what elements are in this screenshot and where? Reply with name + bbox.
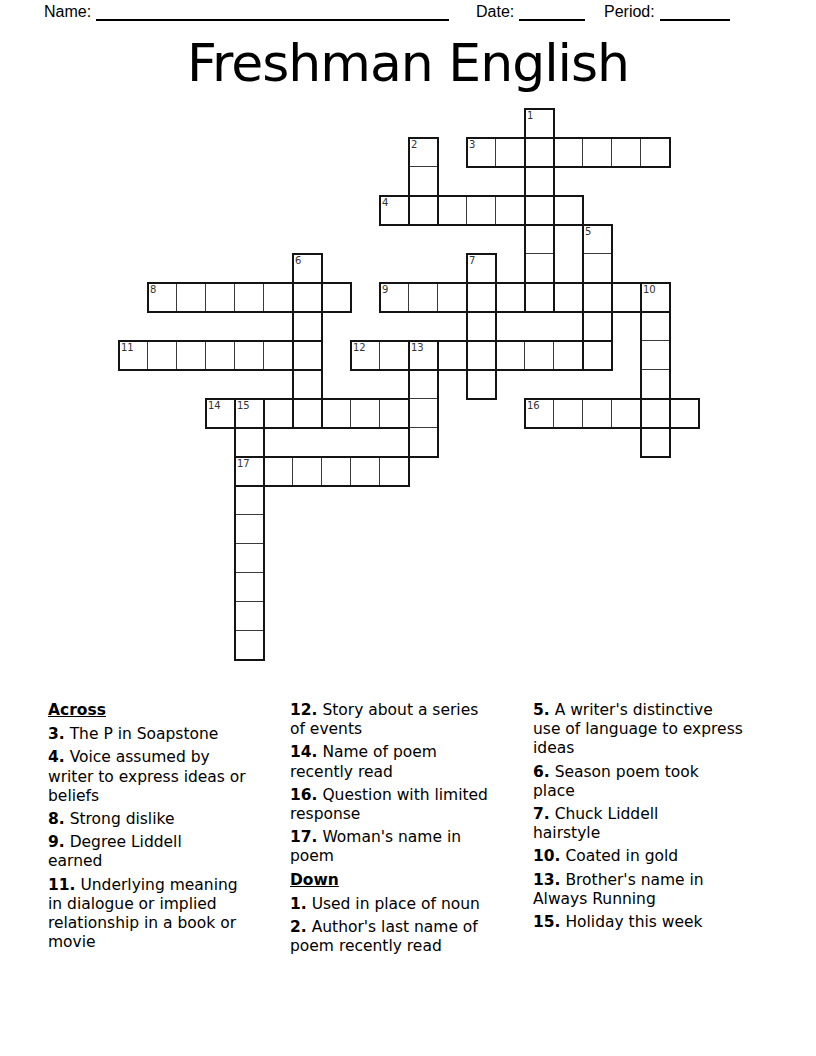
grid-cell[interactable] [321, 398, 352, 429]
grid-cell[interactable] [553, 340, 584, 371]
grid-cell[interactable] [408, 398, 439, 429]
worksheet-page: Name: Date: Period: Freshman English 123… [0, 0, 816, 1056]
clue-7-down: 7. Chuck Liddell hairstyle [533, 805, 795, 843]
clue-text: Degree Liddell earned [48, 833, 182, 870]
clue-8-across: 8. Strong dislike [48, 810, 278, 829]
grid-cell[interactable] [669, 398, 700, 429]
grid-cell[interactable] [292, 311, 323, 342]
clue-2-down: 2. Author's last name of poem recently r… [290, 918, 530, 956]
clue-text: Story about a series of events [290, 701, 478, 738]
clue-number-label: 5. [533, 701, 550, 719]
clue-column-1: Across 3. The P in Soapstone 4. Voice as… [48, 701, 278, 956]
clue-text: Holiday this week [565, 913, 702, 931]
grid-cell[interactable] [582, 340, 613, 371]
clue-number-label: 3. [48, 725, 65, 743]
grid-cell[interactable] [640, 311, 671, 342]
grid-cell[interactable] [292, 369, 323, 400]
grid-cell[interactable] [234, 514, 265, 545]
clue-number-label: 10. [533, 847, 560, 865]
grid-cell[interactable] [553, 195, 584, 226]
clue-number-label: 13. [533, 871, 560, 889]
clue-13-down: 13. Brother's name in Always Running [533, 871, 795, 909]
clue-4-across: 4. Voice assumed by writer to express id… [48, 748, 278, 806]
grid-cell[interactable] [176, 340, 207, 371]
across-heading: Across [48, 701, 278, 720]
clue-text: The P in Soapstone [70, 725, 219, 743]
clue-number-label: 1. [290, 895, 307, 913]
grid-cell[interactable] [234, 427, 265, 458]
clue-1-down: 1. Used in place of noun [290, 895, 530, 914]
grid-cell[interactable] [408, 282, 439, 313]
grid-cell[interactable] [437, 282, 468, 313]
clue-number-label: 17. [290, 828, 317, 846]
period-field: Period: [604, 3, 730, 21]
clue-17-across: 17. Woman's name in poem [290, 828, 530, 866]
grid-cell[interactable] [466, 137, 497, 168]
clue-number-label: 4. [48, 748, 65, 766]
grid-cell[interactable] [292, 456, 323, 487]
clue-text: Strong dislike [70, 810, 175, 828]
clue-column-2: 12. Story about a series of events 14. N… [290, 701, 530, 960]
grid-cell[interactable] [176, 282, 207, 313]
clue-text: A writer's distinctive use of language t… [533, 701, 743, 757]
grid-cell[interactable] [234, 340, 265, 371]
clue-10-down: 10. Coated in gold [533, 847, 795, 866]
clue-11-across: 11. Underlying meaning in dialogue or im… [48, 876, 278, 953]
grid-cell[interactable] [611, 282, 642, 313]
grid-cell[interactable] [408, 427, 439, 458]
clue-column-3: 5. A writer's distinctive use of languag… [533, 701, 795, 936]
grid-cell[interactable] [524, 282, 555, 313]
grid-cell[interactable] [205, 282, 236, 313]
grid-cell[interactable] [147, 282, 178, 313]
grid-cell[interactable] [263, 456, 294, 487]
grid-cell[interactable] [611, 137, 642, 168]
down-heading: Down [290, 871, 530, 890]
grid-cell[interactable] [553, 282, 584, 313]
period-label: Period: [604, 3, 655, 20]
grid-cell[interactable] [640, 137, 671, 168]
clue-number-label: 9. [48, 833, 65, 851]
clue-9-across: 9. Degree Liddell earned [48, 833, 278, 871]
grid-cell[interactable] [234, 485, 265, 516]
grid-cell[interactable] [292, 340, 323, 371]
grid-cell[interactable] [495, 340, 526, 371]
grid-cell[interactable] [466, 369, 497, 400]
grid-cell[interactable] [640, 369, 671, 400]
clue-text: Chuck Liddell hairstyle [533, 805, 658, 842]
grid-cell[interactable] [379, 340, 410, 371]
grid-cell[interactable] [292, 398, 323, 429]
clue-5-down: 5. A writer's distinctive use of languag… [533, 701, 795, 759]
grid-cell[interactable] [466, 340, 497, 371]
grid-cell[interactable] [553, 398, 584, 429]
clue-number-label: 15. [533, 913, 560, 931]
clue-text: Underlying meaning in dialogue or implie… [48, 876, 238, 952]
grid-cell[interactable] [582, 282, 613, 313]
grid-cell[interactable] [408, 166, 439, 197]
page-title: Freshman English [0, 33, 816, 93]
grid-cell[interactable] [234, 398, 265, 429]
name-label: Name: [44, 3, 91, 20]
grid-cell[interactable] [582, 253, 613, 284]
grid-cell[interactable] [234, 601, 265, 632]
grid-cell[interactable] [524, 340, 555, 371]
grid-cell[interactable] [466, 253, 497, 284]
grid-cell[interactable] [321, 456, 352, 487]
clue-6-down: 6. Season poem took place [533, 763, 795, 801]
grid-cell[interactable] [408, 195, 439, 226]
clue-number-label: 6. [533, 763, 550, 781]
grid-cell[interactable] [582, 311, 613, 342]
grid-cell[interactable] [350, 456, 381, 487]
grid-cell[interactable] [234, 630, 265, 661]
grid-cell[interactable] [263, 340, 294, 371]
name-blank-line [96, 5, 449, 21]
grid-cell[interactable] [263, 398, 294, 429]
grid-cell[interactable] [205, 340, 236, 371]
grid-cell[interactable] [234, 282, 265, 313]
grid-cell[interactable] [437, 340, 468, 371]
grid-cell[interactable] [582, 398, 613, 429]
grid-cell[interactable] [379, 398, 410, 429]
grid-cell[interactable] [408, 340, 439, 371]
grid-cell[interactable] [495, 195, 526, 226]
grid-cell[interactable] [234, 572, 265, 603]
grid-cell[interactable] [379, 282, 410, 313]
clue-number-label: 7. [533, 805, 550, 823]
grid-cell[interactable] [437, 195, 468, 226]
grid-cell[interactable] [466, 282, 497, 313]
grid-cell[interactable] [292, 253, 323, 284]
clue-text: Voice assumed by writer to express ideas… [48, 748, 246, 804]
grid-cell[interactable] [205, 398, 236, 429]
clue-text: Coated in gold [565, 847, 678, 865]
grid-cell[interactable] [234, 543, 265, 574]
name-field: Name: [44, 3, 449, 21]
crossword-grid: 1234567891011121314151617 [119, 109, 699, 660]
grid-cell[interactable] [263, 282, 294, 313]
grid-cell[interactable] [118, 340, 149, 371]
grid-cell[interactable] [582, 137, 613, 168]
grid-cell[interactable] [408, 137, 439, 168]
grid-cell[interactable] [292, 282, 323, 313]
clue-3-across: 3. The P in Soapstone [48, 725, 278, 744]
clue-12-across: 12. Story about a series of events [290, 701, 530, 739]
clue-number-label: 12. [290, 701, 317, 719]
clue-number-label: 2. [290, 918, 307, 936]
clue-number-label: 11. [48, 876, 75, 894]
grid-cell[interactable] [466, 195, 497, 226]
date-field: Date: [476, 3, 585, 21]
grid-cell[interactable] [495, 282, 526, 313]
grid-cell[interactable] [350, 340, 381, 371]
grid-cell[interactable] [611, 398, 642, 429]
grid-cell[interactable] [350, 398, 381, 429]
grid-cell[interactable] [524, 166, 555, 197]
clue-number-label: 14. [290, 743, 317, 761]
grid-cell[interactable] [234, 456, 265, 487]
date-blank-line [519, 5, 585, 21]
clue-text: Season poem took place [533, 763, 699, 800]
grid-cell[interactable] [524, 253, 555, 284]
grid-cell[interactable] [640, 398, 671, 429]
clue-number-label: 8. [48, 810, 65, 828]
grid-cell[interactable] [553, 137, 584, 168]
clue-14-across: 14. Name of poem recently read [290, 743, 530, 781]
grid-cell[interactable] [524, 108, 555, 139]
clue-16-across: 16. Question with limited response [290, 786, 530, 824]
grid-cell[interactable] [321, 282, 352, 313]
grid-cell[interactable] [408, 369, 439, 400]
period-blank-line [660, 5, 730, 21]
grid-cell[interactable] [640, 340, 671, 371]
clue-text: Author's last name of poem recently read [290, 918, 478, 955]
grid-cell[interactable] [466, 311, 497, 342]
grid-cell[interactable] [524, 195, 555, 226]
grid-cell[interactable] [640, 282, 671, 313]
clue-text: Used in place of noun [312, 895, 480, 913]
date-label: Date: [476, 3, 514, 20]
clue-text: Question with limited response [290, 786, 488, 823]
grid-cell[interactable] [524, 137, 555, 168]
grid-cell[interactable] [640, 427, 671, 458]
clue-number-label: 16. [290, 786, 317, 804]
clue-15-down: 15. Holiday this week [533, 913, 795, 932]
grid-cell[interactable] [379, 195, 410, 226]
grid-cell[interactable] [524, 224, 555, 255]
grid-cell[interactable] [495, 137, 526, 168]
grid-cell[interactable] [582, 224, 613, 255]
grid-cell[interactable] [379, 456, 410, 487]
grid-cell[interactable] [524, 398, 555, 429]
grid-cell[interactable] [147, 340, 178, 371]
